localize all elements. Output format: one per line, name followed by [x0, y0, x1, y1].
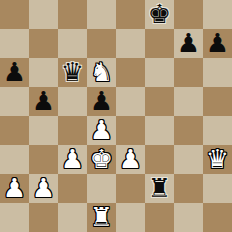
square-a2[interactable]: ♟ [0, 174, 29, 203]
square-c2[interactable] [58, 174, 87, 203]
square-a3[interactable] [0, 145, 29, 174]
square-d1[interactable]: ♜ [87, 203, 116, 232]
piece-black-pawn[interactable]: ♟ [206, 29, 229, 58]
square-c5[interactable] [58, 87, 87, 116]
piece-black-pawn[interactable]: ♟ [32, 87, 55, 116]
square-h7[interactable]: ♟ [203, 29, 232, 58]
square-c1[interactable] [58, 203, 87, 232]
square-c6[interactable]: ♛ [58, 58, 87, 87]
square-g5[interactable] [174, 87, 203, 116]
square-h5[interactable] [203, 87, 232, 116]
square-g6[interactable] [174, 58, 203, 87]
square-a1[interactable] [0, 203, 29, 232]
piece-white-pawn[interactable]: ♟ [3, 174, 26, 203]
square-b7[interactable] [29, 29, 58, 58]
piece-black-pawn[interactable]: ♟ [3, 58, 26, 87]
piece-white-pawn[interactable]: ♟ [119, 145, 142, 174]
square-f1[interactable] [145, 203, 174, 232]
piece-black-king[interactable]: ♚ [148, 0, 171, 29]
square-h4[interactable] [203, 116, 232, 145]
square-e1[interactable] [116, 203, 145, 232]
square-g7[interactable]: ♟ [174, 29, 203, 58]
square-b5[interactable]: ♟ [29, 87, 58, 116]
square-f6[interactable] [145, 58, 174, 87]
square-d2[interactable] [87, 174, 116, 203]
square-d6[interactable]: ♞ [87, 58, 116, 87]
square-e4[interactable] [116, 116, 145, 145]
square-h1[interactable] [203, 203, 232, 232]
piece-black-rook[interactable]: ♜ [148, 174, 171, 203]
piece-white-pawn[interactable]: ♟ [32, 174, 55, 203]
square-b2[interactable]: ♟ [29, 174, 58, 203]
square-f5[interactable] [145, 87, 174, 116]
square-d7[interactable] [87, 29, 116, 58]
square-g3[interactable] [174, 145, 203, 174]
square-f8[interactable]: ♚ [145, 0, 174, 29]
square-h6[interactable] [203, 58, 232, 87]
square-e2[interactable] [116, 174, 145, 203]
square-g2[interactable] [174, 174, 203, 203]
piece-white-pawn[interactable]: ♟ [61, 145, 84, 174]
chessboard: ♚♟♟♟♛♞♟♟♟♟♚♟♛♟♟♜♜ [0, 0, 232, 232]
square-g4[interactable] [174, 116, 203, 145]
square-f4[interactable] [145, 116, 174, 145]
square-g1[interactable] [174, 203, 203, 232]
piece-white-king[interactable]: ♚ [90, 145, 113, 174]
square-c7[interactable] [58, 29, 87, 58]
piece-black-queen[interactable]: ♛ [61, 58, 84, 87]
square-f3[interactable] [145, 145, 174, 174]
square-e3[interactable]: ♟ [116, 145, 145, 174]
square-c3[interactable]: ♟ [58, 145, 87, 174]
piece-white-knight[interactable]: ♞ [90, 58, 113, 87]
square-a4[interactable] [0, 116, 29, 145]
square-h2[interactable] [203, 174, 232, 203]
square-f7[interactable] [145, 29, 174, 58]
square-h3[interactable]: ♛ [203, 145, 232, 174]
piece-white-rook[interactable]: ♜ [90, 203, 113, 232]
square-d3[interactable]: ♚ [87, 145, 116, 174]
square-e8[interactable] [116, 0, 145, 29]
square-d4[interactable]: ♟ [87, 116, 116, 145]
square-b3[interactable] [29, 145, 58, 174]
piece-white-pawn[interactable]: ♟ [90, 116, 113, 145]
square-c4[interactable] [58, 116, 87, 145]
square-c8[interactable] [58, 0, 87, 29]
square-b4[interactable] [29, 116, 58, 145]
square-e5[interactable] [116, 87, 145, 116]
square-a6[interactable]: ♟ [0, 58, 29, 87]
piece-black-pawn[interactable]: ♟ [177, 29, 200, 58]
square-b8[interactable] [29, 0, 58, 29]
square-d8[interactable] [87, 0, 116, 29]
square-d5[interactable]: ♟ [87, 87, 116, 116]
square-h8[interactable] [203, 0, 232, 29]
square-f2[interactable]: ♜ [145, 174, 174, 203]
square-g8[interactable] [174, 0, 203, 29]
square-a7[interactable] [0, 29, 29, 58]
square-e7[interactable] [116, 29, 145, 58]
piece-black-pawn[interactable]: ♟ [90, 87, 113, 116]
piece-white-queen[interactable]: ♛ [206, 145, 229, 174]
square-a5[interactable] [0, 87, 29, 116]
square-b1[interactable] [29, 203, 58, 232]
square-b6[interactable] [29, 58, 58, 87]
square-e6[interactable] [116, 58, 145, 87]
square-a8[interactable] [0, 0, 29, 29]
